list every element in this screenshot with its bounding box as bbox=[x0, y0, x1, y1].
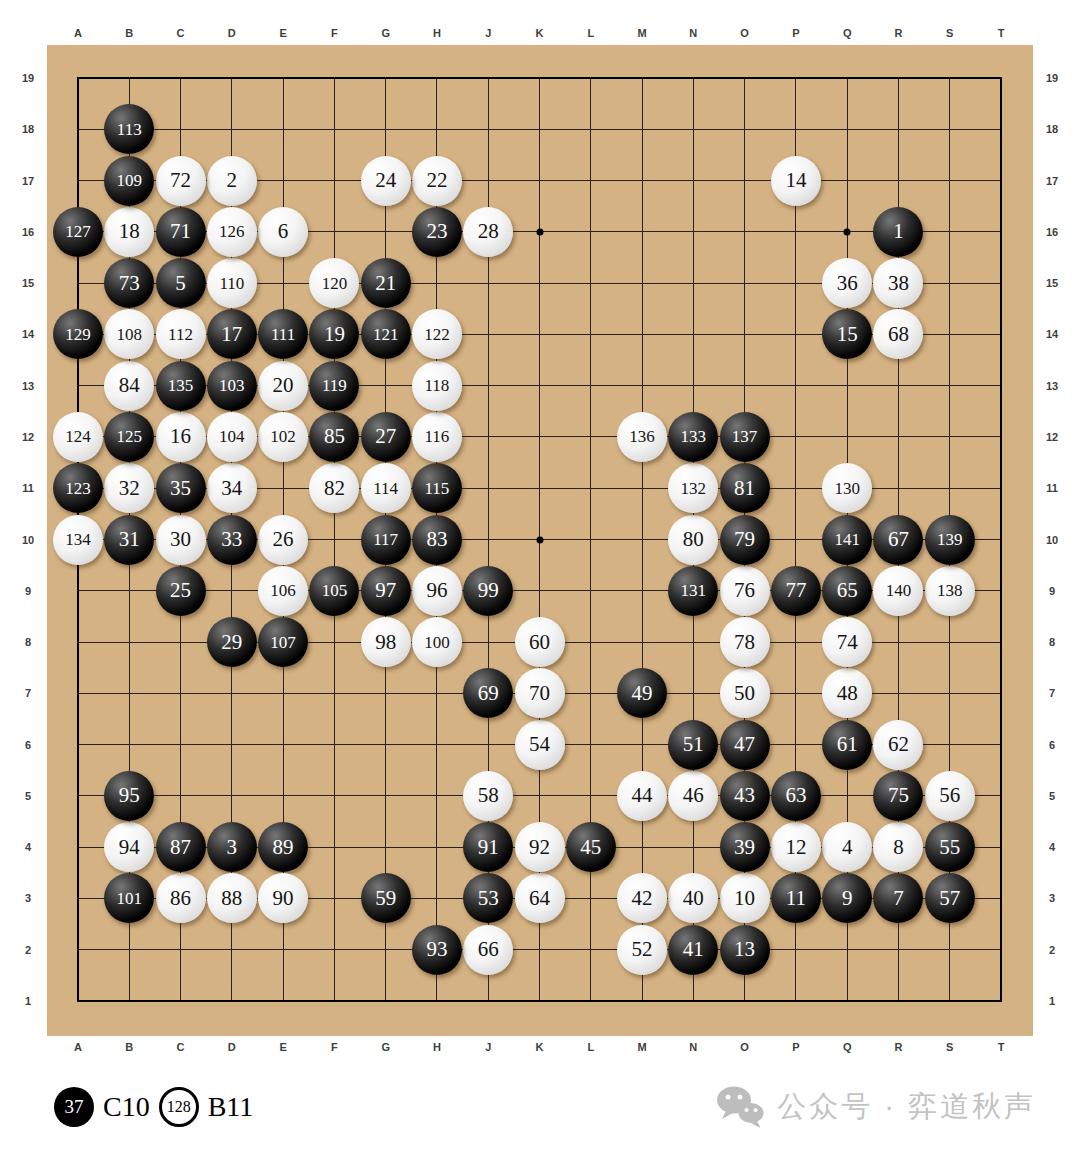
stone-move-number: 30 bbox=[170, 529, 191, 550]
stone-move-number: 47 bbox=[734, 734, 755, 755]
stone-h16: 23 bbox=[412, 207, 462, 257]
stone-g8: 98 bbox=[361, 617, 411, 667]
stone-r3: 7 bbox=[873, 873, 923, 923]
stone-move-number: 106 bbox=[270, 582, 296, 599]
coord-letter-bottom: L bbox=[587, 1041, 594, 1053]
coord-number-left: 4 bbox=[25, 841, 31, 853]
stone-move-number: 11 bbox=[786, 888, 806, 909]
stone-move-number: 39 bbox=[734, 837, 755, 858]
stone-move-number: 92 bbox=[529, 837, 550, 858]
stone-move-number: 141 bbox=[834, 531, 860, 548]
stone-q6: 61 bbox=[822, 720, 872, 770]
coord-number-right: 18 bbox=[1046, 123, 1058, 135]
stone-p17: 14 bbox=[771, 156, 821, 206]
coord-number-right: 9 bbox=[1049, 585, 1055, 597]
stone-e12: 102 bbox=[258, 412, 308, 462]
stone-a10: 134 bbox=[53, 515, 103, 565]
stone-move-number: 79 bbox=[734, 529, 755, 550]
stone-f14: 19 bbox=[309, 309, 359, 359]
stone-e8: 107 bbox=[258, 617, 308, 667]
caption-black-coord: C10 bbox=[103, 1091, 150, 1123]
stone-b16: 18 bbox=[104, 207, 154, 257]
stone-move-number: 109 bbox=[117, 172, 143, 189]
stone-e13: 20 bbox=[258, 361, 308, 411]
stone-move-number: 28 bbox=[478, 221, 499, 242]
stone-j4: 91 bbox=[463, 822, 513, 872]
stone-c12: 16 bbox=[156, 412, 206, 462]
stone-j16: 28 bbox=[463, 207, 513, 257]
stone-f13: 119 bbox=[309, 361, 359, 411]
stone-move-number: 1 bbox=[893, 221, 904, 242]
coord-letter-top: C bbox=[177, 27, 185, 39]
stone-b15: 73 bbox=[104, 258, 154, 308]
coord-number-right: 2 bbox=[1049, 944, 1055, 956]
stone-move-number: 12 bbox=[785, 837, 806, 858]
stone-s5: 56 bbox=[925, 771, 975, 821]
stone-move-number: 3 bbox=[227, 837, 238, 858]
coord-letter-bottom: P bbox=[792, 1041, 799, 1053]
stone-move-number: 93 bbox=[426, 939, 447, 960]
stone-h2: 93 bbox=[412, 925, 462, 975]
coord-letter-bottom: O bbox=[740, 1041, 749, 1053]
stone-move-number: 7 bbox=[893, 888, 904, 909]
coord-letter-top: R bbox=[894, 27, 902, 39]
stone-g3: 59 bbox=[361, 873, 411, 923]
stone-move-number: 121 bbox=[373, 326, 399, 343]
stone-move-number: 25 bbox=[170, 580, 191, 601]
stone-move-number: 5 bbox=[175, 273, 186, 294]
stone-o2: 13 bbox=[720, 925, 770, 975]
coord-number-left: 3 bbox=[25, 892, 31, 904]
stone-j7: 69 bbox=[463, 668, 513, 718]
coord-number-right: 7 bbox=[1049, 687, 1055, 699]
stone-move-number: 73 bbox=[119, 273, 140, 294]
stone-move-number: 135 bbox=[168, 377, 194, 394]
stone-move-number: 14 bbox=[785, 170, 806, 191]
coord-number-left: 13 bbox=[22, 380, 34, 392]
stone-n2: 41 bbox=[668, 925, 718, 975]
stone-m12: 136 bbox=[617, 412, 667, 462]
stone-m2: 52 bbox=[617, 925, 667, 975]
stone-move-number: 20 bbox=[273, 375, 294, 396]
stone-move-number: 138 bbox=[937, 582, 963, 599]
stone-c17: 72 bbox=[156, 156, 206, 206]
stone-move-number: 16 bbox=[170, 426, 191, 447]
stone-d15: 110 bbox=[207, 258, 257, 308]
stone-move-number: 81 bbox=[734, 478, 755, 499]
stone-q3: 9 bbox=[822, 873, 872, 923]
stone-o8: 78 bbox=[720, 617, 770, 667]
stone-move-number: 130 bbox=[834, 480, 860, 497]
coord-number-right: 8 bbox=[1049, 636, 1055, 648]
stone-move-number: 62 bbox=[888, 734, 909, 755]
stone-o12: 137 bbox=[720, 412, 770, 462]
stone-d14: 17 bbox=[207, 309, 257, 359]
stone-s4: 55 bbox=[925, 822, 975, 872]
stone-move-number: 122 bbox=[424, 326, 450, 343]
stone-g9: 97 bbox=[361, 566, 411, 616]
stone-move-number: 89 bbox=[273, 837, 294, 858]
wechat-icon bbox=[715, 1085, 767, 1129]
stone-m7: 49 bbox=[617, 668, 667, 718]
stone-k7: 70 bbox=[515, 668, 565, 718]
stone-n3: 40 bbox=[668, 873, 718, 923]
coord-number-left: 19 bbox=[22, 72, 34, 84]
stone-move-number: 21 bbox=[375, 273, 396, 294]
coord-number-right: 10 bbox=[1046, 534, 1058, 546]
stone-move-number: 126 bbox=[219, 223, 245, 240]
stone-c15: 5 bbox=[156, 258, 206, 308]
stone-move-number: 94 bbox=[119, 837, 140, 858]
stone-move-number: 50 bbox=[734, 683, 755, 704]
stone-j5: 58 bbox=[463, 771, 513, 821]
stone-move-number: 18 bbox=[119, 221, 140, 242]
stone-move-number: 116 bbox=[425, 428, 450, 445]
stone-move-number: 111 bbox=[271, 326, 295, 343]
stone-e4: 89 bbox=[258, 822, 308, 872]
stone-n9: 131 bbox=[668, 566, 718, 616]
stone-q9: 65 bbox=[822, 566, 872, 616]
coord-number-left: 16 bbox=[22, 226, 34, 238]
stone-move-number: 72 bbox=[170, 170, 191, 191]
stone-k3: 64 bbox=[515, 873, 565, 923]
stone-b17: 109 bbox=[104, 156, 154, 206]
stone-move-number: 84 bbox=[119, 375, 140, 396]
stone-o3: 10 bbox=[720, 873, 770, 923]
stone-move-number: 60 bbox=[529, 632, 550, 653]
stone-move-number: 49 bbox=[632, 683, 653, 704]
stone-move-number: 56 bbox=[939, 785, 960, 806]
stone-f15: 120 bbox=[309, 258, 359, 308]
stone-move-number: 67 bbox=[888, 529, 909, 550]
stone-move-number: 32 bbox=[119, 478, 140, 499]
stone-n5: 46 bbox=[668, 771, 718, 821]
stone-move-number: 124 bbox=[65, 428, 91, 445]
stone-move-number: 86 bbox=[170, 888, 191, 909]
stone-move-number: 6 bbox=[278, 221, 289, 242]
coord-number-left: 6 bbox=[25, 739, 31, 751]
stone-move-number: 110 bbox=[219, 275, 244, 292]
stone-move-number: 41 bbox=[683, 939, 704, 960]
stone-e9: 106 bbox=[258, 566, 308, 616]
stone-p3: 11 bbox=[771, 873, 821, 923]
stone-move-number: 64 bbox=[529, 888, 550, 909]
stone-move-number: 43 bbox=[734, 785, 755, 806]
coord-letter-bottom: M bbox=[637, 1041, 646, 1053]
stone-move-number: 99 bbox=[478, 580, 499, 601]
coord-letter-top: J bbox=[485, 27, 491, 39]
coord-number-right: 19 bbox=[1046, 72, 1058, 84]
stone-move-number: 98 bbox=[375, 632, 396, 653]
stone-h11: 115 bbox=[412, 463, 462, 513]
stone-g17: 24 bbox=[361, 156, 411, 206]
stone-move-number: 9 bbox=[842, 888, 853, 909]
coord-letter-bottom: F bbox=[331, 1041, 338, 1053]
stone-d13: 103 bbox=[207, 361, 257, 411]
stone-s10: 139 bbox=[925, 515, 975, 565]
stone-move-number: 48 bbox=[837, 683, 858, 704]
stone-move-number: 90 bbox=[273, 888, 294, 909]
coord-number-left: 8 bbox=[25, 636, 31, 648]
stone-move-number: 71 bbox=[170, 221, 191, 242]
coord-letter-bottom: T bbox=[998, 1041, 1005, 1053]
stone-g11: 114 bbox=[361, 463, 411, 513]
stone-o7: 50 bbox=[720, 668, 770, 718]
stone-move-number: 34 bbox=[221, 478, 242, 499]
caption: 37 C10 128 B11 bbox=[54, 1085, 253, 1129]
stone-o10: 79 bbox=[720, 515, 770, 565]
coord-letter-top: M bbox=[637, 27, 646, 39]
stone-move-number: 10 bbox=[734, 888, 755, 909]
stone-move-number: 104 bbox=[219, 428, 245, 445]
stone-move-number: 131 bbox=[681, 582, 707, 599]
coord-number-left: 18 bbox=[22, 123, 34, 135]
coord-number-right: 5 bbox=[1049, 790, 1055, 802]
stone-move-number: 65 bbox=[837, 580, 858, 601]
stone-q8: 74 bbox=[822, 617, 872, 667]
coord-letter-top: T bbox=[998, 27, 1005, 39]
stone-move-number: 2 bbox=[227, 170, 238, 191]
stone-move-number: 119 bbox=[322, 377, 347, 394]
stone-move-number: 123 bbox=[65, 480, 91, 497]
coord-number-left: 12 bbox=[22, 431, 34, 443]
stone-move-number: 85 bbox=[324, 426, 345, 447]
stone-h14: 122 bbox=[412, 309, 462, 359]
stone-move-number: 105 bbox=[322, 582, 348, 599]
stone-move-number: 15 bbox=[837, 324, 858, 345]
stone-move-number: 107 bbox=[270, 634, 296, 651]
stone-c9: 25 bbox=[156, 566, 206, 616]
stone-move-number: 97 bbox=[375, 580, 396, 601]
stone-move-number: 53 bbox=[478, 888, 499, 909]
stone-move-number: 26 bbox=[273, 529, 294, 550]
stone-e16: 6 bbox=[258, 207, 308, 257]
stone-b3: 101 bbox=[104, 873, 154, 923]
stone-move-number: 59 bbox=[375, 888, 396, 909]
stone-p5: 63 bbox=[771, 771, 821, 821]
coord-letter-bottom: H bbox=[433, 1041, 441, 1053]
stone-g12: 27 bbox=[361, 412, 411, 462]
stone-move-number: 58 bbox=[478, 785, 499, 806]
stone-move-number: 68 bbox=[888, 324, 909, 345]
coord-number-left: 11 bbox=[22, 482, 34, 494]
stone-move-number: 133 bbox=[681, 428, 707, 445]
stone-move-number: 127 bbox=[65, 223, 91, 240]
stone-d4: 3 bbox=[207, 822, 257, 872]
coord-number-right: 14 bbox=[1046, 328, 1058, 340]
coord-number-left: 9 bbox=[25, 585, 31, 597]
stone-n10: 80 bbox=[668, 515, 718, 565]
coord-number-left: 14 bbox=[22, 328, 34, 340]
stone-move-number: 136 bbox=[629, 428, 655, 445]
stone-r9: 140 bbox=[873, 566, 923, 616]
coord-letter-bottom: A bbox=[74, 1041, 82, 1053]
stone-l4: 45 bbox=[566, 822, 616, 872]
stone-move-number: 118 bbox=[425, 377, 450, 394]
stone-s3: 57 bbox=[925, 873, 975, 923]
stone-move-number: 108 bbox=[117, 326, 143, 343]
star-point bbox=[536, 228, 543, 235]
stone-n12: 133 bbox=[668, 412, 718, 462]
stone-move-number: 91 bbox=[478, 837, 499, 858]
stone-move-number: 140 bbox=[886, 582, 912, 599]
stone-move-number: 4 bbox=[842, 837, 853, 858]
stone-k8: 60 bbox=[515, 617, 565, 667]
stone-move-number: 31 bbox=[119, 529, 140, 550]
stone-move-number: 129 bbox=[65, 326, 91, 343]
coord-letter-bottom: D bbox=[228, 1041, 236, 1053]
stone-b11: 32 bbox=[104, 463, 154, 513]
coord-number-left: 15 bbox=[22, 277, 34, 289]
stone-j9: 99 bbox=[463, 566, 513, 616]
stone-move-number: 132 bbox=[681, 480, 707, 497]
stone-a11: 123 bbox=[53, 463, 103, 513]
coord-letter-top: B bbox=[125, 27, 133, 39]
stone-r15: 38 bbox=[873, 258, 923, 308]
stone-c13: 135 bbox=[156, 361, 206, 411]
stone-c10: 30 bbox=[156, 515, 206, 565]
stone-move-number: 77 bbox=[785, 580, 806, 601]
stone-c3: 86 bbox=[156, 873, 206, 923]
stone-move-number: 83 bbox=[426, 529, 447, 550]
coord-letter-bottom: N bbox=[689, 1041, 697, 1053]
stone-j3: 53 bbox=[463, 873, 513, 923]
stone-a14: 129 bbox=[53, 309, 103, 359]
stone-move-number: 42 bbox=[632, 888, 653, 909]
stone-h9: 96 bbox=[412, 566, 462, 616]
stone-move-number: 120 bbox=[322, 275, 348, 292]
coord-number-right: 13 bbox=[1046, 380, 1058, 392]
stone-move-number: 113 bbox=[117, 121, 142, 138]
coord-letter-bottom: J bbox=[485, 1041, 491, 1053]
stone-a16: 127 bbox=[53, 207, 103, 257]
stone-move-number: 82 bbox=[324, 478, 345, 499]
stone-move-number: 69 bbox=[478, 683, 499, 704]
stone-move-number: 55 bbox=[939, 837, 960, 858]
stone-r4: 8 bbox=[873, 822, 923, 872]
stone-move-number: 137 bbox=[732, 428, 758, 445]
stone-r16: 1 bbox=[873, 207, 923, 257]
stone-b4: 94 bbox=[104, 822, 154, 872]
coord-letter-top: L bbox=[587, 27, 594, 39]
coord-number-right: 16 bbox=[1046, 226, 1058, 238]
coord-letter-top: S bbox=[946, 27, 953, 39]
stone-move-number: 23 bbox=[426, 221, 447, 242]
coord-number-right: 17 bbox=[1046, 175, 1058, 187]
stone-move-number: 102 bbox=[270, 428, 296, 445]
stone-move-number: 45 bbox=[580, 837, 601, 858]
coord-number-left: 5 bbox=[25, 790, 31, 802]
coord-letter-top: H bbox=[433, 27, 441, 39]
coord-letter-top: E bbox=[279, 27, 286, 39]
coord-number-right: 4 bbox=[1049, 841, 1055, 853]
stone-s9: 138 bbox=[925, 566, 975, 616]
stone-c14: 112 bbox=[156, 309, 206, 359]
stone-d3: 88 bbox=[207, 873, 257, 923]
stone-move-number: 78 bbox=[734, 632, 755, 653]
stone-move-number: 87 bbox=[170, 837, 191, 858]
stone-b13: 84 bbox=[104, 361, 154, 411]
stone-p9: 77 bbox=[771, 566, 821, 616]
stone-move-number: 134 bbox=[65, 531, 91, 548]
stone-move-number: 117 bbox=[373, 531, 398, 548]
stone-e3: 90 bbox=[258, 873, 308, 923]
stone-o4: 39 bbox=[720, 822, 770, 872]
coord-number-left: 17 bbox=[22, 175, 34, 187]
stone-r6: 62 bbox=[873, 720, 923, 770]
coord-number-right: 6 bbox=[1049, 739, 1055, 751]
stone-h12: 116 bbox=[412, 412, 462, 462]
stone-move-number: 57 bbox=[939, 888, 960, 909]
coord-number-left: 10 bbox=[22, 534, 34, 546]
stone-move-number: 66 bbox=[478, 939, 499, 960]
coord-letter-top: P bbox=[792, 27, 799, 39]
stone-move-number: 17 bbox=[221, 324, 242, 345]
stone-move-number: 139 bbox=[937, 531, 963, 548]
coord-number-right: 12 bbox=[1046, 431, 1058, 443]
coord-letter-bottom: B bbox=[125, 1041, 133, 1053]
coord-letter-bottom: R bbox=[894, 1041, 902, 1053]
stone-k4: 92 bbox=[515, 822, 565, 872]
stone-b10: 31 bbox=[104, 515, 154, 565]
caption-white-stone-number: 128 bbox=[167, 1098, 191, 1116]
stone-b5: 95 bbox=[104, 771, 154, 821]
stone-move-number: 24 bbox=[375, 170, 396, 191]
coord-number-right: 11 bbox=[1046, 482, 1058, 494]
stone-m5: 44 bbox=[617, 771, 667, 821]
stone-k6: 54 bbox=[515, 720, 565, 770]
stone-o6: 47 bbox=[720, 720, 770, 770]
stone-move-number: 63 bbox=[785, 785, 806, 806]
watermark-text: 公众号 · 弈道秋声 bbox=[777, 1087, 1036, 1127]
stone-d10: 33 bbox=[207, 515, 257, 565]
coord-letter-bottom: E bbox=[279, 1041, 286, 1053]
stone-move-number: 8 bbox=[893, 837, 904, 858]
stone-move-number: 114 bbox=[373, 480, 398, 497]
stone-o5: 43 bbox=[720, 771, 770, 821]
caption-white-coord: B11 bbox=[208, 1091, 254, 1123]
stone-move-number: 70 bbox=[529, 683, 550, 704]
stone-h13: 118 bbox=[412, 361, 462, 411]
stone-f12: 85 bbox=[309, 412, 359, 462]
stone-move-number: 52 bbox=[632, 939, 653, 960]
stone-move-number: 33 bbox=[221, 529, 242, 550]
stone-move-number: 13 bbox=[734, 939, 755, 960]
coord-letter-top: K bbox=[536, 27, 544, 39]
star-point bbox=[844, 228, 851, 235]
stone-move-number: 29 bbox=[221, 632, 242, 653]
stone-b12: 125 bbox=[104, 412, 154, 462]
stone-p4: 12 bbox=[771, 822, 821, 872]
coord-letter-top: A bbox=[74, 27, 82, 39]
stone-move-number: 51 bbox=[683, 734, 704, 755]
go-kifu-page: AABBCCDDEEFFGGHHJJKKLLMMNNOOPPQQRRSSTT19… bbox=[0, 0, 1080, 1156]
coord-letter-top: Q bbox=[843, 27, 852, 39]
stone-move-number: 54 bbox=[529, 734, 550, 755]
stone-r14: 68 bbox=[873, 309, 923, 359]
stone-q4: 4 bbox=[822, 822, 872, 872]
stone-q11: 130 bbox=[822, 463, 872, 513]
stone-d16: 126 bbox=[207, 207, 257, 257]
coord-letter-top: O bbox=[740, 27, 749, 39]
stone-o11: 81 bbox=[720, 463, 770, 513]
stone-move-number: 36 bbox=[837, 273, 858, 294]
stone-q10: 141 bbox=[822, 515, 872, 565]
stone-move-number: 22 bbox=[426, 170, 447, 191]
coord-letter-top: G bbox=[381, 27, 390, 39]
caption-black-stone: 37 bbox=[54, 1087, 94, 1127]
stone-q7: 48 bbox=[822, 668, 872, 718]
